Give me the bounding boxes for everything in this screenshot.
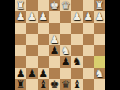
square-c8[interactable]: ♝ (71, 79, 82, 90)
square-a8[interactable] (94, 79, 105, 90)
square-e1[interactable]: ♚ (49, 0, 60, 11)
square-b7[interactable] (83, 68, 94, 79)
square-a5[interactable] (94, 45, 105, 56)
black-king: ♚ (49, 79, 60, 90)
white-pawn: ♟ (94, 11, 105, 22)
square-f3[interactable] (38, 23, 49, 34)
square-f8[interactable]: ♝ (38, 79, 49, 90)
square-f2[interactable]: ♟ (38, 11, 49, 22)
square-a2[interactable]: ♟ (94, 11, 105, 22)
white-pawn: ♟ (26, 11, 37, 22)
black-pawn: ♟ (60, 56, 71, 67)
white-pawn: ♟ (71, 11, 82, 22)
square-g3[interactable] (26, 23, 37, 34)
square-e5[interactable]: ♟ (49, 45, 60, 56)
square-d1[interactable]: ♛ (60, 0, 71, 11)
square-g5[interactable] (26, 45, 37, 56)
square-c6[interactable]: ♞ (71, 56, 82, 67)
square-h3[interactable] (15, 23, 26, 34)
white-pawn: ♟ (38, 11, 49, 22)
square-b3[interactable] (83, 23, 94, 34)
square-a7[interactable]: ♞ (94, 68, 105, 79)
square-c2[interactable]: ♟ (71, 11, 82, 22)
square-h5[interactable] (15, 45, 26, 56)
square-h6[interactable] (15, 56, 26, 67)
square-g4[interactable] (26, 34, 37, 45)
black-pawn: ♟ (49, 45, 60, 56)
square-a6[interactable] (94, 56, 105, 67)
chess-board: ♜♚♛♜♟♟♟♟♟♟♟♟♞♟♞♟♟♟♞♜♝♚♛♝ (15, 0, 105, 90)
square-h2[interactable]: ♟ (15, 11, 26, 22)
square-d6[interactable]: ♟ (60, 56, 71, 67)
square-b6[interactable] (83, 56, 94, 67)
square-g6[interactable] (26, 56, 37, 67)
square-g8[interactable] (26, 79, 37, 90)
white-queen: ♛ (60, 0, 71, 11)
black-knight: ♞ (71, 56, 82, 67)
square-e6[interactable] (49, 56, 60, 67)
square-d3[interactable] (60, 23, 71, 34)
square-d8[interactable]: ♛ (60, 79, 71, 90)
square-g7[interactable]: ♟ (26, 68, 37, 79)
black-queen: ♛ (60, 79, 71, 90)
square-a4[interactable] (94, 34, 105, 45)
black-pawn: ♟ (26, 68, 37, 79)
square-f5[interactable] (38, 45, 49, 56)
square-b5[interactable] (83, 45, 94, 56)
black-bishop: ♝ (38, 79, 49, 90)
square-f6[interactable] (38, 56, 49, 67)
white-king: ♚ (49, 0, 60, 11)
square-b8[interactable] (83, 79, 94, 90)
square-a3[interactable] (94, 23, 105, 34)
square-c3[interactable] (71, 23, 82, 34)
white-knight: ♞ (94, 68, 105, 79)
square-g2[interactable]: ♟ (26, 11, 37, 22)
square-h4[interactable] (15, 34, 26, 45)
square-e8[interactable]: ♚ (49, 79, 60, 90)
letterbox-right (105, 0, 120, 90)
square-f4[interactable] (38, 34, 49, 45)
square-h8[interactable]: ♜ (15, 79, 26, 90)
white-pawn: ♟ (15, 11, 26, 22)
square-d2[interactable] (60, 11, 71, 22)
square-e2[interactable] (49, 11, 60, 22)
square-b4[interactable] (83, 34, 94, 45)
black-bishop: ♝ (71, 79, 82, 90)
white-pawn: ♟ (83, 11, 94, 22)
square-b2[interactable]: ♟ (83, 11, 94, 22)
square-c4[interactable] (71, 34, 82, 45)
black-rook: ♜ (15, 79, 26, 90)
letterbox-left (0, 0, 15, 90)
